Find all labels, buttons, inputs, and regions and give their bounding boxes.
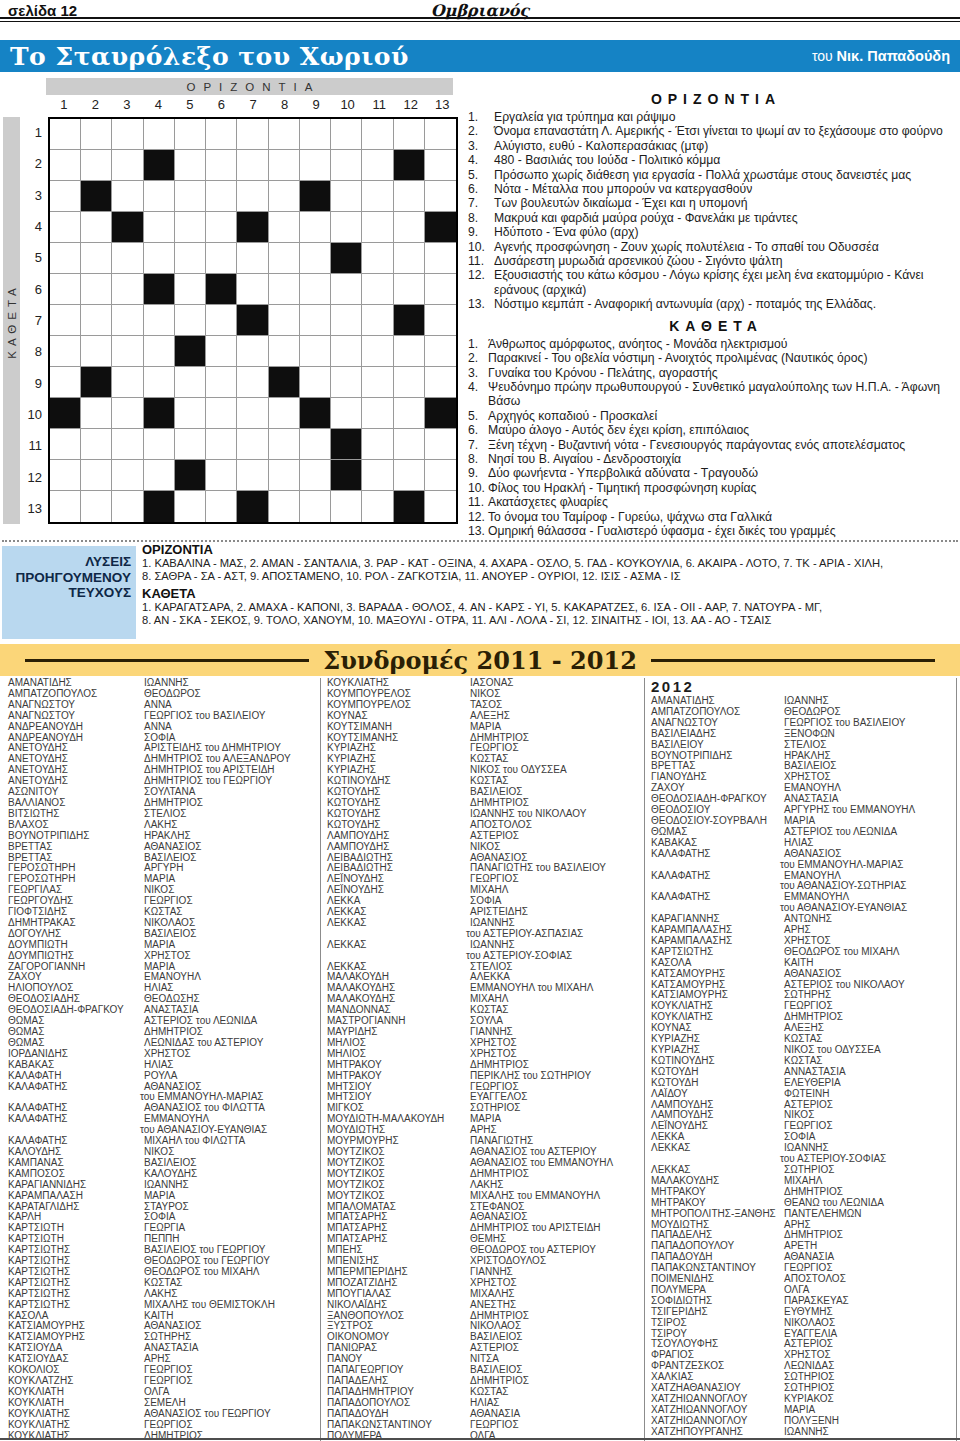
grid-cell-r1c4 — [144, 119, 175, 150]
down-label-text: ΚΑΘΕΤΑ — [6, 283, 18, 359]
column-divider — [956, 678, 957, 1441]
grid-cell-r7c13 — [425, 305, 456, 336]
grid-cell-r2c5 — [175, 150, 206, 181]
grid-cell-r9c9 — [300, 367, 331, 398]
subscriber-surname: ΒΡΕΤΤΑΣ — [8, 842, 144, 853]
clue-text: Όνομα επαναστάτη Λ. Αμερικής - Έτσι γίνε… — [494, 124, 958, 138]
subscriber-given-name: ΑΝΝΑ — [144, 722, 172, 733]
clue-text: Των βουλευτών δικαίωμα - Έχει και η υπομ… — [494, 196, 958, 210]
col-number-5: 5 — [174, 95, 206, 115]
subscriber-group-1: ΑΜΑΝΑΤΙΔΗΣΙΩΑΝΝΗΣΑΜΠΑΤΖΟΠΟΥΛΟΣΘΕΟΔΩΡΟΣΑΝ… — [8, 678, 315, 1439]
grid-cell-r6c8 — [269, 274, 300, 305]
grid-cell-r1c8 — [269, 119, 300, 150]
grid-cell-r12c7 — [237, 460, 268, 491]
grid-cell-r5c4 — [144, 243, 175, 274]
subscriber-surname: ΚΟΥΤΣΙΜΑΝΗ — [327, 722, 470, 733]
subscriber-surname: ΑΝΔΡΕΑΝΟΥΔΗ — [8, 722, 144, 733]
clue-number: 4. — [468, 153, 494, 167]
subscriber-row: ΚΑΛΑΦΑΤΗΣΑΘΑΝΑΣΙΟΣ — [651, 849, 953, 860]
grid-cell-r5c5 — [175, 243, 206, 274]
clue-item: 5.Πρόσωπο χωρίς διάθεση για εργασία - Πο… — [468, 168, 958, 182]
down-clues-header: ΚΑΘΕΤΑ — [468, 318, 958, 334]
subscriber-given-name: ΑΣΤΕΡΙΟΣ — [470, 831, 519, 842]
row-number-1: 1 — [22, 117, 42, 148]
clue-text: Αλύγιστο, ευθύ - Καλοπερασάκιας (μτφ) — [494, 139, 958, 153]
grid-cell-r3c4 — [144, 181, 175, 212]
subscriber-surname: ΚΑΛΑΦΑΤΗ — [8, 1071, 144, 1082]
solutions-across-line: 8. ΣΑΘΡΑ - ΣΑ - ΑΣΤ, 9. ΑΠΟΣΤΑΜΕΝΟ, 10. … — [142, 570, 958, 583]
across-clues-header: ΟΡΙΖΟΝΤΙΑ — [468, 91, 958, 107]
subscriber-row: ΒΑΣΙΛΕΙΟΥΣΤΕΛΙΟΣ — [651, 740, 953, 751]
subscriber-given-name: ΜΑΡΙΑ — [144, 1191, 175, 1202]
grid-cell-r2c9 — [300, 150, 331, 181]
masthead-rule-thin — [0, 21, 960, 22]
grid-cell-r2c11 — [362, 150, 393, 181]
col-number-1: 1 — [48, 95, 80, 115]
grid-cell-r2c4 — [144, 150, 175, 181]
grid-cell-r8c11 — [362, 336, 393, 367]
clue-number: 1. — [468, 110, 494, 124]
subscriber-row: ΚΟΥΤΣΙΜΑΝΗΜΑΡΙΑ — [327, 722, 639, 733]
grid-cell-r10c5 — [175, 398, 206, 429]
clue-text: 480 - Βασιλιάς του Ιούδα - Πολιτικό κόμμ… — [494, 153, 958, 167]
row-number-9: 9 — [22, 367, 42, 398]
subscriber-given-name: ΠΑΝΤΕΛΕΗΜΩΝ — [784, 1209, 862, 1220]
grid-cell-r12c12 — [394, 460, 425, 491]
grid-cell-r10c1 — [50, 398, 81, 429]
clue-text: Νότα - Μέταλλα που μπορούν να κατεργασθο… — [494, 182, 958, 196]
subscriber-lists: ΑΜΑΝΑΤΙΔΗΣΙΩΑΝΝΗΣΑΜΠΑΤΖΟΠΟΥΛΟΣΘΕΟΔΩΡΟΣΑΝ… — [0, 678, 960, 1439]
grid-cell-r1c2 — [81, 119, 112, 150]
clue-item: 8.Μακρυά και φαρδιά μαύρα ρούχα - Φανελά… — [468, 211, 958, 225]
clue-item: 8.Νησί του Β. Αιγαίου - Δενδροστοιχία — [468, 452, 958, 466]
grid-cell-r4c8 — [269, 212, 300, 243]
subscriber-row: του ΑΣΤΕΡΙΟΥ-ΣΟΦΙΑΣ — [327, 951, 639, 962]
subscriber-given-name: ΑΘΑΝΑΣΙΟΣ — [144, 842, 202, 853]
subscriber-surname: ΛΑΜΠΟΥΔΗΣ — [327, 831, 470, 842]
subscriber-row: ΚΑΒΑΚΑΣΗΛΙΑΣ — [8, 1060, 315, 1071]
grid-cell-r8c13 — [425, 336, 456, 367]
clue-item: 4.Ψευδόνημο πρώην πρωθυπουργού - Συνθετι… — [468, 380, 958, 409]
grid-cell-r3c1 — [50, 181, 81, 212]
grid-cell-r12c3 — [112, 460, 143, 491]
subscriber-given-name: ΦΩΤΕΙΝΗ — [784, 1089, 829, 1100]
row-number-11: 11 — [22, 430, 42, 461]
clue-text: Ξένη τέχνη - Βυζαντινή νότα - Γενεσιουργ… — [488, 438, 958, 452]
subscriber-row: ΜΗΤΡΟΠΟΛΙΤΗΣ-ΞΑΝΘΗΣΠΑΝΤΕΛΕΗΜΩΝ — [651, 1209, 953, 1220]
clue-number: 12. — [468, 268, 494, 297]
grid-cell-r2c7 — [237, 150, 268, 181]
grid-cell-r4c7 — [237, 212, 268, 243]
clue-item: 10.Αγενής προσφώνηση - Ζουν χωρίς πολυτέ… — [468, 240, 958, 254]
grid-cell-r7c3 — [112, 305, 143, 336]
grid-cell-r11c7 — [237, 429, 268, 460]
grid-cell-r13c1 — [50, 491, 81, 522]
subscriber-given-name: ΙΩΑΝΝΗΣ — [784, 1427, 829, 1438]
grid-cell-r1c13 — [425, 119, 456, 150]
subscriber-surname: ΜΗΤΡΟΠΟΛΙΤΗΣ-ΞΑΝΘΗΣ — [651, 1209, 784, 1220]
grid-cell-r8c8 — [269, 336, 300, 367]
grid-cell-r10c6 — [206, 398, 237, 429]
grid-cell-r1c3 — [112, 119, 143, 150]
grid-cell-r1c11 — [362, 119, 393, 150]
grid-cell-r5c10 — [331, 243, 362, 274]
clue-item: 12.Το όνομα του Ταμίροφ - Γυρεύω, ψάχνω … — [468, 510, 958, 524]
subscriber-given-name: ΛΑΚΗΣ — [470, 1180, 503, 1191]
subscriber-row: ΚΑΡΑΜΠΑΛΑΣΗΜΑΡΙΑ — [8, 1191, 315, 1202]
subscriber-surname: ΚΑΛΑΦΑΤΗΣ — [651, 871, 784, 882]
grid-cell-r9c13 — [425, 367, 456, 398]
grid-cell-r9c4 — [144, 367, 175, 398]
subscriber-row: ΜΗΤΡΑΚΟΥΘΕΑΝΩ του ΛΕΩΝΙΔΑ — [651, 1198, 953, 1209]
grid-cell-r1c12 — [394, 119, 425, 150]
subscriber-surname: ΜΗΤΡΑΚΟΥ — [651, 1198, 784, 1209]
col-number-13: 13 — [426, 95, 458, 115]
grid-cell-r2c8 — [269, 150, 300, 181]
grid-cell-r12c9 — [300, 460, 331, 491]
clue-item: 6.Νότα - Μέταλλα που μπορούν να κατεργασ… — [468, 182, 958, 196]
grid-cell-r7c12 — [394, 305, 425, 336]
clue-text: Μακρυά και φαρδιά μαύρα ρούχα - Φανελάκι… — [494, 211, 958, 225]
grid-cell-r13c7 — [237, 491, 268, 522]
col-number-10: 10 — [332, 95, 364, 115]
grid-cell-r5c11 — [362, 243, 393, 274]
subscriber-row: ΑΝΔΡΕΑΝΟΥΔΗΑΝΝΑ — [8, 722, 315, 733]
grid-row-numbers: 12345678910111213 — [22, 117, 42, 524]
grid-cell-r2c2 — [81, 150, 112, 181]
clue-item: 11.Δυσάρεστη μυρωδιά αρσενικού ζώου - Σι… — [468, 254, 958, 268]
subscriber-given-name: ΜΑΡΙΑ — [470, 722, 501, 733]
row-number-10: 10 — [22, 399, 42, 430]
subscriber-row: ΜΟΥΤΖΙΚΟΣΜΙΧΑΛΗΣ του ΕΜΜΑΝΟΥΗΛ — [327, 1191, 639, 1202]
col-number-8: 8 — [269, 95, 301, 115]
subscriber-surname: ΠΑΠΑΔΟΥΔΗ — [327, 1409, 470, 1420]
clue-item: 11.Ακατάσχετες φλυαρίες — [468, 495, 958, 509]
grid-cell-r4c10 — [331, 212, 362, 243]
grid-cell-r8c7 — [237, 336, 268, 367]
clue-item: 3.Γυναίκα του Κρόνου - Πελάτης, αγοραστή… — [468, 366, 958, 380]
grid-cell-r4c11 — [362, 212, 393, 243]
subscriber-row: ΒΟΥΝΟΤΡΙΠΙΔΗΣΗΡΑΚΛΗΣ — [8, 831, 315, 842]
grid-cell-r12c5 — [175, 460, 206, 491]
grid-cell-r3c5 — [175, 181, 206, 212]
grid-cell-r13c11 — [362, 491, 393, 522]
grid-cell-r8c9 — [300, 336, 331, 367]
grid-cell-r7c11 — [362, 305, 393, 336]
grid-cell-r3c9 — [300, 181, 331, 212]
subscriber-surname: ΚΑΛΑΦΑΤΗΣ — [8, 1082, 144, 1093]
subscriber-surname: ΛΕΚΚΑΣ — [327, 918, 470, 929]
clue-number: 3. — [468, 139, 494, 153]
col-number-6: 6 — [206, 95, 238, 115]
banner-rule-right — [651, 659, 935, 662]
subscriber-row: ΛΑΜΠΟΥΔΗΣΑΣΤΕΡΙΟΣ — [327, 831, 639, 842]
crossword-author: του Νικ. Παπαδούδη — [812, 48, 950, 64]
grid-cell-r11c8 — [269, 429, 300, 460]
grid-cell-r12c1 — [50, 460, 81, 491]
subscriber-given-name: ΜΙΧΑΛΗΣ του ΘΕΜΙΣΤΟΚΛΗ — [144, 1300, 275, 1311]
grid-cell-r9c12 — [394, 367, 425, 398]
subscriber-row: ΚΑΤΣΑΜΟΥΡΗΣΑΘΑΝΑΣΙΟΣ — [651, 969, 953, 980]
clue-number: 7. — [468, 438, 488, 452]
subscriber-row: ΛΑΪΔΟΥΦΩΤΕΙΝΗ — [651, 1089, 953, 1100]
solutions-across-header: ΟΡΙΖΟΝΤΙΑ — [142, 543, 958, 557]
subscriber-row: ΒΑΣΙΛΕΙΑΔΗΣΞΕΝΟΦΩΝ — [651, 729, 953, 740]
grid-cell-r3c3 — [112, 181, 143, 212]
subscriber-surname: ΚΟΥΚΛΙΑΤΗΣ — [8, 1420, 144, 1431]
grid-cell-r11c3 — [112, 429, 143, 460]
clue-text: Αγενής προσφώνηση - Ζουν χωρίς πολυτέλει… — [494, 240, 958, 254]
grid-cell-r12c10 — [331, 460, 362, 491]
subscriber-row: ΚΟΥΝΑΣΑΛΕΞΗΣ — [327, 711, 639, 722]
subscriber-surname: ΚΩΤΟΥΔΗ — [651, 1078, 784, 1089]
subscriber-surname: ΒΑΣΙΛΕΙΟΥ — [651, 740, 784, 751]
grid-cell-r5c9 — [300, 243, 331, 274]
col-number-7: 7 — [237, 95, 269, 115]
subscriber-given-name: ΗΛΙΑΣ — [144, 1060, 174, 1071]
across-clues: 1.Εργαλεία για τρύπημα και ράψιμο2.Όνομα… — [468, 110, 958, 312]
clue-text: Ακατάσχετες φλυαρίες — [488, 495, 958, 509]
clue-item: 13.Νόστιμο κεμπάπ - Αναφορική αντωνυμία … — [468, 297, 958, 311]
subscriber-surname: ΛΕΚΚΑΣ — [327, 940, 470, 951]
clue-item: 9.Δύο φωνήεντα - Υπερβολικά αδύνατα - Τρ… — [468, 466, 958, 480]
clues-panel: ΟΡΙΖΟΝΤΙΑ 1.Εργαλεία για τρύπημα και ράψ… — [468, 90, 958, 538]
grid-cell-r7c2 — [81, 305, 112, 336]
grid-cell-r13c3 — [112, 491, 143, 522]
grid-cell-r1c9 — [300, 119, 331, 150]
subscriber-year-header: 2012 — [651, 678, 953, 695]
solutions-text: ΟΡΙΖΟΝΤΙΑ 1. ΚΑΒΑΛΙΝΑ - ΜΑΣ, 2. ΑΜΑΝ - Σ… — [142, 542, 958, 627]
clue-item: 1.Άνθρωπος αμόρφωτος, ανόητος - Μονάδα η… — [468, 337, 958, 351]
subscriber-surname: ΚΑΡΤΣΙΩΤΗΣ — [8, 1300, 144, 1311]
subscriber-row: ΜΟΥΤΖΙΚΟΣΛΑΚΗΣ — [327, 1180, 639, 1191]
grid-cell-r4c12 — [394, 212, 425, 243]
subscriber-given-name: του ΕΜΜΑΝΟΥΗΛ-ΜΑΡΙΑΣ — [780, 860, 904, 871]
grid-cell-r9c11 — [362, 367, 393, 398]
subscriber-surname: ΛΑΜΠΟΥΔΗΣ — [327, 842, 470, 853]
row-number-6: 6 — [22, 274, 42, 305]
grid-cell-r6c13 — [425, 274, 456, 305]
clue-item: 4.480 - Βασιλιάς του Ιούδα - Πολιτικό κό… — [468, 153, 958, 167]
clue-item: 2.Παρακινεί - Του οβελία νόστιμη - Ανοιχ… — [468, 351, 958, 365]
grid-cell-r4c6 — [206, 212, 237, 243]
subscriber-surname: ΜΟΥΤΖΙΚΟΣ — [327, 1191, 470, 1202]
grid-cell-r3c10 — [331, 181, 362, 212]
grid-cell-r12c6 — [206, 460, 237, 491]
grid-cell-r7c1 — [50, 305, 81, 336]
subscriber-surname: ΜΗΤΡΑΚΟΥ — [327, 1071, 470, 1082]
grid-cell-r11c1 — [50, 429, 81, 460]
subscriber-surname: ΚΑΡΑΜΠΑΛΑΣΗ — [8, 1191, 144, 1202]
grid-cell-r5c2 — [81, 243, 112, 274]
clue-number: 4. — [468, 380, 488, 409]
row-number-12: 12 — [22, 461, 42, 492]
grid-cell-r12c4 — [144, 460, 175, 491]
column-divider — [320, 678, 321, 1441]
clue-item: 13.Ομηρική θάλασσα - Γυαλιστερό ύφασμα -… — [468, 524, 958, 538]
grid-cell-r10c10 — [331, 398, 362, 429]
clue-text: Πρόσωπο χωρίς διάθεση για εργασία - Πολλ… — [494, 168, 958, 182]
grid-cell-r13c8 — [269, 491, 300, 522]
clue-number: 10. — [468, 240, 494, 254]
subscriber-surname: ΠΑΠΑΚΩΝΣΤΑΝΤΙΝΟΥ — [327, 1420, 470, 1431]
grid-cell-r10c7 — [237, 398, 268, 429]
subscriber-surname: ΚΑΡΑΓΙΑΝΝΙΔΗΣ — [8, 1180, 144, 1191]
grid-cell-r5c8 — [269, 243, 300, 274]
grid-cell-r4c1 — [50, 212, 81, 243]
grid-cell-r10c4 — [144, 398, 175, 429]
col-number-12: 12 — [395, 95, 427, 115]
subscriber-surname: ΒΑΣΙΛΕΙΑΔΗΣ — [651, 729, 784, 740]
subscriber-row: ΜΗΤΡΑΚΟΥΠΕΡΙΚΛΗΣ του ΣΩΤΗΡΙΟΥ — [327, 1071, 639, 1082]
clue-number: 8. — [468, 211, 494, 225]
subscriber-group-2: ΚΟΥΚΛΙΑΤΗΣΙΑΣΟΝΑΣΚΟΥΜΠΟΥΡΕΛΟΣΝΙΚΟΣΚΟΥΜΠΟ… — [327, 678, 639, 1439]
grid-cell-r7c6 — [206, 305, 237, 336]
down-clues: 1.Άνθρωπος αμόρφωτος, ανόητος - Μονάδα η… — [468, 337, 958, 539]
grid-cell-r8c6 — [206, 336, 237, 367]
subscriber-given-name: ΝΙΚΟΛΑΟΣ — [784, 1318, 835, 1329]
grid-cell-r12c2 — [81, 460, 112, 491]
grid-cell-r9c10 — [331, 367, 362, 398]
col-number-4: 4 — [143, 95, 175, 115]
grid-cell-r8c10 — [331, 336, 362, 367]
clue-text: Εξουσιαστής του κάτω κόσμου - Λόγω κρίση… — [494, 268, 958, 297]
grid-cell-r8c4 — [144, 336, 175, 367]
masthead-rule-thick — [0, 17, 960, 19]
col-number-3: 3 — [111, 95, 143, 115]
grid-cell-r9c8 — [269, 367, 300, 398]
grid-cell-r6c1 — [50, 274, 81, 305]
column-divider — [644, 678, 645, 1441]
grid-cell-r1c5 — [175, 119, 206, 150]
clue-number: 13. — [468, 297, 494, 311]
grid-cell-r8c3 — [112, 336, 143, 367]
clue-number: 10. — [468, 481, 488, 495]
grid-cell-r3c8 — [269, 181, 300, 212]
clue-text: Το όνομα του Ταμίροφ - Γυρεύω, ψάχνω στα… — [488, 510, 958, 524]
clue-text: Μαύρο άλογο - Αυτός δεν έχει κρίση, επιπ… — [488, 423, 958, 437]
grid-cell-r7c10 — [331, 305, 362, 336]
subscriber-given-name: ΓΕΩΡΓΙΟΣ του ΒΑΣΙΛΕΙΟΥ — [144, 711, 266, 722]
row-number-13: 13 — [22, 493, 42, 524]
row-number-5: 5 — [22, 242, 42, 273]
subscriber-given-name: ΑΝΕΣΤΗΣ — [470, 1300, 516, 1311]
subscriber-surname: ΚΟΥΝΑΣ — [327, 711, 470, 722]
grid-cell-r11c2 — [81, 429, 112, 460]
grid-cell-r8c12 — [394, 336, 425, 367]
grid-cell-r7c4 — [144, 305, 175, 336]
col-number-11: 11 — [363, 95, 395, 115]
grid-cell-r6c6 — [206, 274, 237, 305]
grid-cell-r10c11 — [362, 398, 393, 429]
clue-text: Αρχηγός κοπαδιού - Προσκαλεί — [488, 409, 958, 423]
subscriber-surname: ΚΑΒΑΚΑΣ — [8, 1060, 144, 1071]
clue-text: Νησί του Β. Αιγαίου - Δενδροστοιχία — [488, 452, 958, 466]
clue-text: Παρακινεί - Του οβελία νόστιμη - Ανοιχτό… — [488, 351, 958, 365]
grid-cell-r7c9 — [300, 305, 331, 336]
subscriber-given-name: ΑΘΑΝΑΣΙΑ — [470, 1409, 520, 1420]
subscriber-surname: ΑΝΑΓΝΩΣΤΟΥ — [8, 711, 144, 722]
grid-cell-r5c1 — [50, 243, 81, 274]
grid-cell-r2c1 — [50, 150, 81, 181]
grid-cell-r9c2 — [81, 367, 112, 398]
subscriber-row: ΔΟΥΜΠΙΩΤΗΣΧΡΗΣΤΟΣ — [8, 951, 315, 962]
clue-number: 11. — [468, 254, 494, 268]
col-number-9: 9 — [300, 95, 332, 115]
clue-number: 1. — [468, 337, 488, 351]
grid-cell-r4c2 — [81, 212, 112, 243]
clue-text: Δυσάρεστη μυρωδιά αρσενικού ζώου - Σιγόν… — [494, 254, 958, 268]
clue-number: 9. — [468, 466, 488, 480]
subscriber-row: ΚΑΡΑΓΙΑΝΝΙΔΗΣΙΩΑΝΝΗΣ — [8, 1180, 315, 1191]
grid-cell-r5c6 — [206, 243, 237, 274]
clue-text: Νόστιμο κεμπάπ - Αναφορική αντωνυμία (αρ… — [494, 297, 958, 311]
grid-cell-r9c3 — [112, 367, 143, 398]
grid-cell-r3c13 — [425, 181, 456, 212]
subscriptions-banner: Συνδρομές 2011 - 2012 — [0, 644, 960, 676]
subscriber-given-name: ΙΩΑΝΝΗΣ — [144, 1180, 189, 1191]
clue-text: Εργαλεία για τρύπημα και ράψιμο — [494, 110, 958, 124]
grid-cell-r11c10 — [331, 429, 362, 460]
subscriber-row: ΑΝΑΓΝΩΣΤΟΥΓΕΩΡΓΙΟΣ του ΒΑΣΙΛΕΙΟΥ — [8, 711, 315, 722]
clue-number: 6. — [468, 182, 494, 196]
grid-cell-r6c9 — [300, 274, 331, 305]
grid-cell-r5c12 — [394, 243, 425, 274]
solutions-down-header: ΚΑΘΕΤΑ — [142, 587, 958, 601]
grid-cell-r6c11 — [362, 274, 393, 305]
down-label-bar: ΚΑΘΕΤΑ — [3, 117, 20, 524]
clue-text: Γυναίκα του Κρόνου - Πελάτης, αγοραστής — [488, 366, 958, 380]
clue-text: Δύο φωνήεντα - Υπερβολικά αδύνατα - Τραγ… — [488, 466, 958, 480]
grid-cell-r13c13 — [425, 491, 456, 522]
grid-cell-r10c3 — [112, 398, 143, 429]
banner-rule-left — [25, 659, 309, 662]
subscriber-surname: ΚΑΤΣΑΜΟΥΡΗΣ — [651, 969, 784, 980]
subscriber-given-name: ΗΡΑΚΛΗΣ — [144, 831, 191, 842]
grid-cell-r6c10 — [331, 274, 362, 305]
grid-cell-r1c1 — [50, 119, 81, 150]
subscriber-surname: ΜΗΤΡΑΚΟΥ — [327, 1060, 470, 1071]
row-number-8: 8 — [22, 336, 42, 367]
grid-cell-r12c11 — [362, 460, 393, 491]
grid-cell-r10c12 — [394, 398, 425, 429]
subscriber-row: ΚΩΤΟΥΔΗΕΛΕΥΘΕΡΙΑ — [651, 1078, 953, 1089]
grid-cell-r2c12 — [394, 150, 425, 181]
grid-cell-r3c7 — [237, 181, 268, 212]
grid-cell-r9c1 — [50, 367, 81, 398]
grid-cell-r8c5 — [175, 336, 206, 367]
subscriber-given-name: ΑΘΑΝΑΣΙΟΣ — [784, 849, 842, 860]
solutions-across-line: 1. ΚΑΒΑΛΙΝΑ - ΜΑΣ, 2. ΑΜΑΝ - ΣΑΝΤΑΛΙΑ, 3… — [142, 557, 958, 570]
subscriber-row: ΤΣΙΡΟΣΝΙΚΟΛΑΟΣ — [651, 1318, 953, 1329]
clue-text: Ψευδόνημο πρώην πρωθυπουργού - Συνθετικό… — [488, 380, 958, 409]
grid-cell-r11c13 — [425, 429, 456, 460]
col-number-2: 2 — [80, 95, 112, 115]
subscriber-row: ΧΑΤΖΗΠΟΥΡΓΑΝΗΣΙΩΑΝΝΗΣ — [651, 1427, 953, 1438]
grid-cell-r5c3 — [112, 243, 143, 274]
grid-cell-r3c2 — [81, 181, 112, 212]
clue-number: 7. — [468, 196, 494, 210]
grid-cell-r3c6 — [206, 181, 237, 212]
clue-number: 12. — [468, 510, 488, 524]
grid-cell-r2c10 — [331, 150, 362, 181]
grid-cell-r10c13 — [425, 398, 456, 429]
subscriber-row: του ΕΜΜΑΝΟΥΗΛ-ΜΑΡΙΑΣ — [651, 860, 953, 871]
subscriber-given-name: ΑΛΕΞΗΣ — [470, 711, 510, 722]
grid-cell-r4c5 — [175, 212, 206, 243]
grid-cell-r6c2 — [81, 274, 112, 305]
clue-text: Ομηρική θάλασσα - Γυαλιστερό ύφασμα - έχ… — [488, 524, 958, 538]
